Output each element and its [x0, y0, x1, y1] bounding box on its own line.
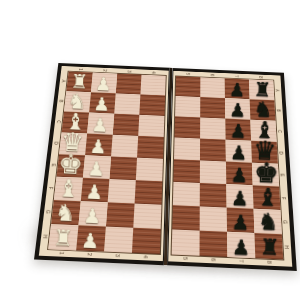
square-b1: ♞ — [64, 91, 91, 112]
square-b7: ♟ — [225, 98, 250, 120]
square-e5 — [173, 159, 200, 183]
square-d1: ♛ — [59, 132, 87, 155]
white-rook: ♜ — [70, 72, 89, 93]
black-queen: ♛ — [253, 137, 277, 164]
board-grid-right: ♟♜♟♞♟♝♟♛♟♚♟♝♟♞♟♜ — [172, 76, 284, 259]
white-pawn: ♟ — [93, 95, 110, 114]
black-bishop: ♝ — [256, 185, 278, 210]
white-pawn: ♟ — [88, 159, 106, 179]
square-d2: ♟ — [85, 134, 113, 157]
square-h5 — [172, 229, 200, 255]
square-d4 — [137, 136, 164, 159]
square-h1: ♜ — [48, 224, 78, 250]
square-f5 — [173, 182, 200, 207]
white-pawn: ♟ — [81, 230, 100, 251]
square-b3 — [114, 93, 140, 114]
square-a2: ♟ — [91, 73, 117, 94]
black-pawn: ♟ — [229, 101, 246, 120]
square-g8: ♞ — [254, 209, 282, 234]
square-c2: ♟ — [87, 113, 114, 135]
black-pawn: ♟ — [231, 188, 249, 208]
square-f2: ♟ — [81, 178, 110, 202]
square-g4 — [133, 204, 161, 229]
square-d6 — [200, 139, 226, 162]
square-g1: ♞ — [51, 200, 81, 225]
square-b8: ♞ — [250, 99, 276, 121]
black-pawn: ♟ — [232, 212, 251, 233]
square-f8: ♝ — [253, 185, 281, 210]
square-e4 — [136, 158, 163, 182]
square-c3 — [113, 114, 140, 136]
square-e2: ♟ — [83, 155, 111, 179]
white-pawn: ♟ — [95, 75, 112, 94]
white-pawn: ♟ — [90, 137, 108, 157]
square-d3 — [111, 135, 138, 158]
square-h7: ♟ — [227, 232, 255, 258]
square-a5 — [176, 76, 201, 97]
black-pawn: ♟ — [230, 122, 247, 141]
board-grid-left: ♜♟♞♟♝♟♛♟♚♟♝♟♞♟♜♟ — [48, 72, 166, 255]
square-d7: ♟ — [226, 140, 252, 163]
square-g7: ♟ — [227, 208, 255, 233]
square-g6 — [200, 206, 227, 231]
product-photo: 1234 ABCDEFGH ♜♟♞♟♝♟♛♟♚♟♝♟♞♟♜♟ 1234 5678… — [0, 0, 300, 300]
white-pawn: ♟ — [83, 206, 102, 227]
square-f1: ♝ — [54, 177, 83, 201]
square-a6 — [200, 77, 225, 98]
black-rook: ♜ — [253, 80, 272, 101]
black-knight: ♞ — [258, 210, 280, 234]
square-e8: ♚ — [252, 163, 279, 187]
square-d5 — [174, 137, 200, 160]
square-c1: ♝ — [62, 111, 90, 133]
square-h4 — [132, 228, 161, 254]
chess-board: 1234 ABCDEFGH ♜♟♞♟♝♟♛♟♚♟♝♟♞♟♜♟ 1234 5678… — [34, 63, 297, 271]
square-h6 — [200, 231, 228, 257]
square-b5 — [175, 96, 200, 117]
white-queen: ♛ — [61, 129, 85, 156]
square-g5 — [172, 205, 200, 230]
square-a7: ♟ — [225, 78, 250, 99]
white-pawn: ♟ — [92, 116, 110, 135]
black-pawn: ♟ — [229, 81, 246, 100]
board-left-half: 1234 ABCDEFGH ♜♟♞♟♝♟♛♟♚♟♝♟♞♟♜♟ 1234 — [34, 63, 170, 265]
square-e7: ♟ — [226, 162, 253, 186]
white-king: ♚ — [58, 150, 84, 178]
square-c6 — [200, 117, 226, 139]
white-knight: ♞ — [67, 91, 87, 113]
square-f7: ♟ — [226, 184, 253, 209]
square-f3 — [108, 179, 136, 204]
black-rook: ♜ — [259, 236, 280, 259]
square-e3 — [109, 156, 137, 180]
square-a4 — [140, 75, 165, 96]
white-bishop: ♝ — [57, 177, 79, 202]
square-a8: ♜ — [249, 79, 274, 100]
square-a1: ♜ — [66, 72, 93, 93]
square-c8: ♝ — [250, 120, 276, 142]
black-pawn: ♟ — [230, 143, 248, 163]
square-b2: ♟ — [89, 92, 116, 113]
black-pawn: ♟ — [231, 165, 249, 185]
board-right-half: 5678 ABCDEFGH ♟♜♟♞♟♝♟♛♟♚♟♝♟♞♟♜ 5678 — [167, 68, 297, 271]
square-c5 — [175, 116, 201, 138]
square-e1: ♚ — [57, 154, 86, 178]
square-e6 — [200, 160, 226, 184]
white-bishop: ♝ — [64, 110, 85, 133]
square-d8: ♛ — [251, 141, 278, 164]
square-c4 — [138, 115, 164, 137]
square-h8: ♜ — [254, 233, 283, 259]
square-a3 — [116, 74, 142, 95]
square-h2: ♟ — [76, 225, 106, 251]
square-b4 — [139, 94, 165, 115]
white-rook: ♜ — [52, 227, 73, 250]
square-f4 — [135, 180, 163, 205]
black-knight: ♞ — [253, 99, 273, 121]
square-c7: ♟ — [225, 119, 251, 141]
black-pawn: ♟ — [232, 237, 251, 258]
square-g2: ♟ — [78, 201, 107, 226]
white-knight: ♞ — [55, 201, 77, 225]
square-g3 — [106, 202, 135, 227]
square-f6 — [200, 183, 227, 208]
square-h3 — [104, 227, 133, 253]
square-b6 — [200, 97, 225, 119]
black-bishop: ♝ — [254, 119, 275, 142]
white-pawn: ♟ — [85, 182, 104, 202]
